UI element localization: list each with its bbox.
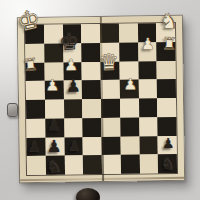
black-knight-h1: ♞ [160, 155, 175, 172]
white-queen-e6: ♛ [99, 50, 120, 73]
white-pawn-b5: ♟ [45, 77, 60, 93]
black-pawn-h2: ♟ [162, 136, 175, 150]
black-pawn-c5: ♟ [66, 77, 81, 94]
black-knight-b1: ♞ [45, 157, 62, 175]
captured-black-piece [76, 188, 100, 200]
black-pawn-c2: ♟ [68, 138, 81, 152]
pieces-layer: ♚♞♚♟♜♜♟♛♟♟♟♟♟♟♟♟♞♞ [24, 22, 178, 176]
white-pawn-f5: ♟ [123, 76, 138, 92]
white-rook-h7: ♜ [161, 35, 177, 53]
white-pawn-g7: ♟ [140, 36, 155, 52]
black-king-c7: ♚ [58, 29, 80, 53]
white-knight-h8: ♞ [159, 11, 178, 32]
black-pawn-b3: ♟ [47, 118, 61, 133]
white-rook-a6: ♜ [22, 55, 39, 73]
white-pawn-c6: ♟ [64, 57, 79, 73]
board-clasp [7, 103, 18, 117]
chess-board: ♚♞♚♟♜♜♟♛♟♟♟♟♟♟♟♟♞♞ [17, 15, 185, 183]
black-pawn-a2: ♟ [27, 139, 41, 154]
photo-stage: ♚♞♚♟♜♜♟♛♟♟♟♟♟♟♟♟♞♞ [0, 0, 200, 200]
black-pawn-b2: ♟ [46, 138, 61, 155]
